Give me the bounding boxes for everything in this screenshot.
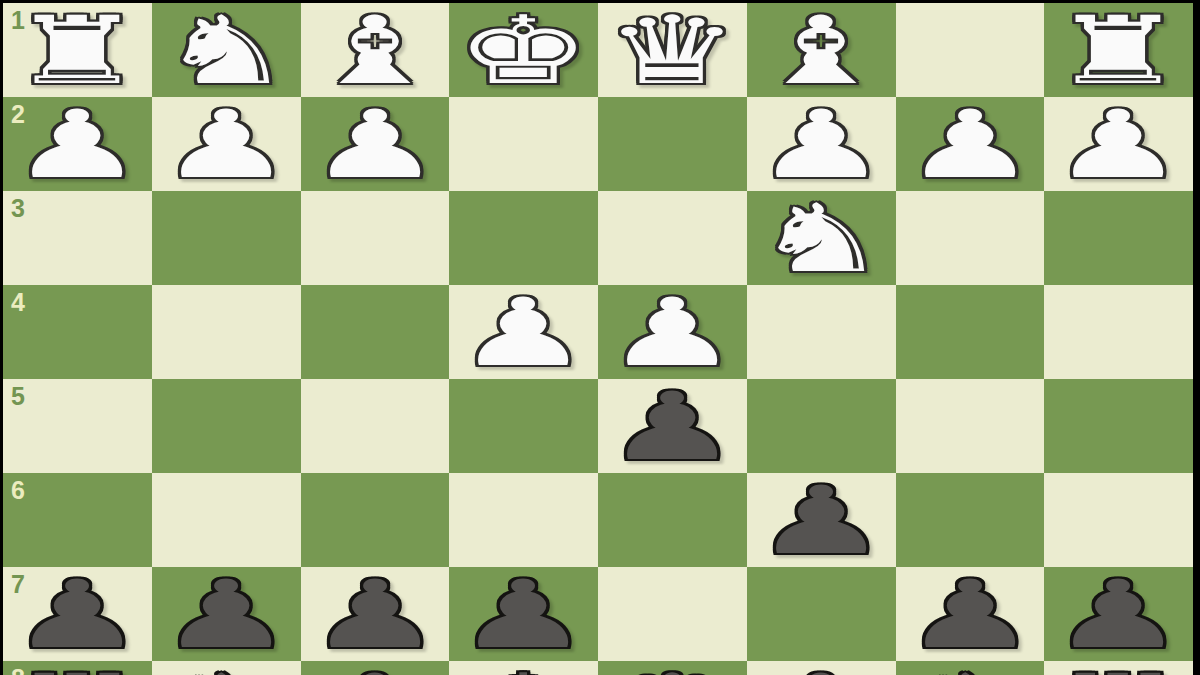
black-queen[interactable]: ♛ xyxy=(605,662,740,675)
white-pawn[interactable]: ♟ xyxy=(902,98,1037,192)
square-e5[interactable] xyxy=(449,379,598,473)
square-f6[interactable] xyxy=(301,473,450,567)
rank-label: 7 xyxy=(11,572,25,597)
square-b7[interactable]: ♟ xyxy=(896,567,1045,661)
square-f7[interactable]: ♟ xyxy=(301,567,450,661)
square-e3[interactable] xyxy=(449,191,598,285)
square-d8[interactable]: ♛d xyxy=(598,661,747,675)
square-g3[interactable] xyxy=(152,191,301,285)
square-e1[interactable]: ♚ xyxy=(449,3,598,97)
square-d4[interactable]: ♟ xyxy=(598,285,747,379)
black-knight[interactable]: ♞ xyxy=(159,662,294,675)
black-pawn[interactable]: ♟ xyxy=(159,568,294,662)
rank-label: 2 xyxy=(11,102,25,127)
chess-board-frame: ♜1♞♝♚♛♝♜♟2♟♟♟♟♟3♞4♟♟5♟6♟♟7♟♟♟♟♟♜8h♞g♝f♚e… xyxy=(0,0,1200,675)
square-e4[interactable]: ♟ xyxy=(449,285,598,379)
black-pawn[interactable]: ♟ xyxy=(10,568,145,662)
square-c4[interactable] xyxy=(747,285,896,379)
square-h4[interactable]: 4 xyxy=(3,285,152,379)
square-d5[interactable]: ♟ xyxy=(598,379,747,473)
white-pawn[interactable]: ♟ xyxy=(159,98,294,192)
square-g8[interactable]: ♞g xyxy=(152,661,301,675)
square-e7[interactable]: ♟ xyxy=(449,567,598,661)
black-pawn[interactable]: ♟ xyxy=(902,568,1037,662)
square-g5[interactable] xyxy=(152,379,301,473)
black-pawn[interactable]: ♟ xyxy=(605,380,740,474)
white-pawn[interactable]: ♟ xyxy=(605,286,740,380)
black-rook[interactable]: ♜ xyxy=(1051,662,1186,675)
chess-board: ♜1♞♝♚♛♝♜♟2♟♟♟♟♟3♞4♟♟5♟6♟♟7♟♟♟♟♟♜8h♞g♝f♚e… xyxy=(3,3,1193,670)
black-pawn[interactable]: ♟ xyxy=(307,568,442,662)
square-a4[interactable] xyxy=(1044,285,1193,379)
square-b4[interactable] xyxy=(896,285,1045,379)
white-bishop[interactable]: ♝ xyxy=(307,4,442,98)
square-h1[interactable]: ♜1 xyxy=(3,3,152,97)
square-b5[interactable] xyxy=(896,379,1045,473)
square-a1[interactable]: ♜ xyxy=(1044,3,1193,97)
white-pawn[interactable]: ♟ xyxy=(456,286,591,380)
square-d2[interactable] xyxy=(598,97,747,191)
square-b2[interactable]: ♟ xyxy=(896,97,1045,191)
rank-label: 6 xyxy=(11,478,25,503)
white-pawn[interactable]: ♟ xyxy=(754,98,889,192)
white-rook[interactable]: ♜ xyxy=(10,4,145,98)
white-rook[interactable]: ♜ xyxy=(1051,4,1186,98)
black-pawn[interactable]: ♟ xyxy=(754,474,889,568)
square-c1[interactable]: ♝ xyxy=(747,3,896,97)
square-d6[interactable] xyxy=(598,473,747,567)
square-h2[interactable]: ♟2 xyxy=(3,97,152,191)
white-knight[interactable]: ♞ xyxy=(754,192,889,286)
square-c7[interactable] xyxy=(747,567,896,661)
square-b3[interactable] xyxy=(896,191,1045,285)
square-h8[interactable]: ♜8h xyxy=(3,661,152,675)
white-knight[interactable]: ♞ xyxy=(159,4,294,98)
square-b1[interactable] xyxy=(896,3,1045,97)
square-f3[interactable] xyxy=(301,191,450,285)
square-g7[interactable]: ♟ xyxy=(152,567,301,661)
black-pawn[interactable]: ♟ xyxy=(1051,568,1186,662)
square-h3[interactable]: 3 xyxy=(3,191,152,285)
square-d3[interactable] xyxy=(598,191,747,285)
black-knight[interactable]: ♞ xyxy=(902,662,1037,675)
square-c2[interactable]: ♟ xyxy=(747,97,896,191)
rank-label: 4 xyxy=(11,290,25,315)
white-king[interactable]: ♚ xyxy=(456,4,591,98)
square-e2[interactable] xyxy=(449,97,598,191)
square-f1[interactable]: ♝ xyxy=(301,3,450,97)
square-c8[interactable]: ♝c xyxy=(747,661,896,675)
black-bishop[interactable]: ♝ xyxy=(754,662,889,675)
square-b8[interactable]: ♞b xyxy=(896,661,1045,675)
square-g1[interactable]: ♞ xyxy=(152,3,301,97)
black-king[interactable]: ♚ xyxy=(456,662,591,675)
square-a8[interactable]: ♜a xyxy=(1044,661,1193,675)
black-pawn[interactable]: ♟ xyxy=(456,568,591,662)
square-c6[interactable]: ♟ xyxy=(747,473,896,567)
square-a5[interactable] xyxy=(1044,379,1193,473)
white-queen[interactable]: ♛ xyxy=(605,4,740,98)
white-pawn[interactable]: ♟ xyxy=(10,98,145,192)
square-g2[interactable]: ♟ xyxy=(152,97,301,191)
rank-label: 8 xyxy=(11,666,25,675)
square-a2[interactable]: ♟ xyxy=(1044,97,1193,191)
square-c3[interactable]: ♞ xyxy=(747,191,896,285)
square-d1[interactable]: ♛ xyxy=(598,3,747,97)
black-rook[interactable]: ♜ xyxy=(10,662,145,675)
white-bishop[interactable]: ♝ xyxy=(754,4,889,98)
square-a7[interactable]: ♟ xyxy=(1044,567,1193,661)
square-d7[interactable] xyxy=(598,567,747,661)
black-bishop[interactable]: ♝ xyxy=(307,662,442,675)
rank-label: 1 xyxy=(11,8,25,33)
square-h7[interactable]: ♟7 xyxy=(3,567,152,661)
rank-label: 5 xyxy=(11,384,25,409)
square-h5[interactable]: 5 xyxy=(3,379,152,473)
white-pawn[interactable]: ♟ xyxy=(307,98,442,192)
square-e6[interactable] xyxy=(449,473,598,567)
square-e8[interactable]: ♚e xyxy=(449,661,598,675)
square-g4[interactable] xyxy=(152,285,301,379)
square-a3[interactable] xyxy=(1044,191,1193,285)
white-pawn[interactable]: ♟ xyxy=(1051,98,1186,192)
square-a6[interactable] xyxy=(1044,473,1193,567)
square-f8[interactable]: ♝f xyxy=(301,661,450,675)
square-g6[interactable] xyxy=(152,473,301,567)
square-f2[interactable]: ♟ xyxy=(301,97,450,191)
square-c5[interactable] xyxy=(747,379,896,473)
square-b6[interactable] xyxy=(896,473,1045,567)
square-f5[interactable] xyxy=(301,379,450,473)
square-h6[interactable]: 6 xyxy=(3,473,152,567)
square-f4[interactable] xyxy=(301,285,450,379)
rank-label: 3 xyxy=(11,196,25,221)
